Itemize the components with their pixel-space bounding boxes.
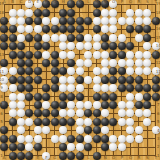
intersection-L11[interactable] <box>84 67 92 75</box>
coordinate-label-right-13: 13 <box>156 53 160 57</box>
intersection-K2[interactable] <box>76 143 84 151</box>
intersection-D11[interactable] <box>25 67 33 75</box>
intersection-G16[interactable] <box>50 25 58 33</box>
intersection-P4[interactable] <box>118 126 126 134</box>
intersection-O4[interactable] <box>109 126 117 134</box>
intersection-F13[interactable] <box>42 50 50 58</box>
intersection-G7[interactable] <box>50 101 58 109</box>
intersection-P6[interactable] <box>118 109 126 117</box>
intersection-J6[interactable] <box>67 109 75 117</box>
intersection-S4[interactable] <box>143 126 151 134</box>
intersection-L2[interactable] <box>84 143 92 151</box>
intersection-D4[interactable] <box>25 126 33 134</box>
intersection-L16[interactable] <box>84 25 92 33</box>
intersection-S5[interactable] <box>143 118 151 126</box>
intersection-J16[interactable] <box>67 25 75 33</box>
intersection-O3[interactable] <box>109 135 117 143</box>
intersection-H10[interactable] <box>59 76 67 84</box>
intersection-E6[interactable] <box>34 109 42 117</box>
intersection-L10[interactable] <box>84 76 92 84</box>
intersection-C11[interactable] <box>17 67 25 75</box>
intersection-O5[interactable] <box>109 118 117 126</box>
intersection-F18[interactable] <box>42 8 50 16</box>
intersection-O10[interactable] <box>109 76 117 84</box>
intersection-L5[interactable] <box>84 118 92 126</box>
intersection-Q10[interactable] <box>126 76 134 84</box>
intersection-J15[interactable] <box>67 34 75 42</box>
intersection-L17[interactable] <box>84 17 92 25</box>
intersection-B6[interactable] <box>8 109 16 117</box>
white-stone <box>118 143 126 151</box>
intersection-R17[interactable] <box>135 17 143 25</box>
white-stone <box>42 51 50 59</box>
intersection-G10[interactable] <box>50 76 58 84</box>
intersection-N4[interactable] <box>101 126 109 134</box>
intersection-P9[interactable] <box>118 84 126 92</box>
intersection-D17[interactable] <box>25 17 33 25</box>
intersection-H17[interactable] <box>59 17 67 25</box>
intersection-M15[interactable] <box>92 34 100 42</box>
intersection-E7[interactable] <box>34 101 42 109</box>
intersection-K4[interactable] <box>76 126 84 134</box>
intersection-B16[interactable] <box>8 25 16 33</box>
intersection-M9[interactable] <box>92 84 100 92</box>
intersection-C7[interactable] <box>17 101 25 109</box>
intersection-H9[interactable] <box>59 84 67 92</box>
intersection-F5[interactable] <box>42 118 50 126</box>
intersection-S16[interactable] <box>143 25 151 33</box>
intersection-E14[interactable] <box>34 42 42 50</box>
intersection-C15[interactable] <box>17 34 25 42</box>
intersection-G3[interactable] <box>50 135 58 143</box>
intersection-K14[interactable] <box>76 42 84 50</box>
intersection-Q6[interactable] <box>126 109 134 117</box>
intersection-E15[interactable] <box>34 34 42 42</box>
intersection-E10[interactable] <box>34 76 42 84</box>
intersection-B11[interactable] <box>8 67 16 75</box>
intersection-D6[interactable] <box>25 109 33 117</box>
intersection-G5[interactable] <box>50 118 58 126</box>
intersection-P14[interactable] <box>118 42 126 50</box>
intersection-C16[interactable] <box>17 25 25 33</box>
intersection-C13[interactable] <box>17 50 25 58</box>
intersection-B3[interactable] <box>8 135 16 143</box>
intersection-C18[interactable] <box>17 8 25 16</box>
intersection-K17[interactable] <box>76 17 84 25</box>
intersection-C12[interactable] <box>17 59 25 67</box>
intersection-J5[interactable] <box>67 118 75 126</box>
intersection-L8[interactable] <box>84 92 92 100</box>
intersection-J13[interactable] <box>67 50 75 58</box>
intersection-C8[interactable] <box>17 92 25 100</box>
intersection-K7[interactable] <box>76 101 84 109</box>
intersection-E5[interactable] <box>34 118 42 126</box>
intersection-O17[interactable] <box>109 17 117 25</box>
intersection-K6[interactable] <box>76 109 84 117</box>
intersection-Q5[interactable] <box>126 118 134 126</box>
intersection-Q11[interactable] <box>126 67 134 75</box>
intersection-Q13[interactable] <box>126 50 134 58</box>
intersection-N7[interactable] <box>101 101 109 109</box>
intersection-H3[interactable] <box>59 135 67 143</box>
intersection-G15[interactable] <box>50 34 58 42</box>
intersection-J11[interactable] <box>67 67 75 75</box>
intersection-B8[interactable] <box>8 92 16 100</box>
intersection-C9[interactable] <box>17 84 25 92</box>
intersection-G8[interactable] <box>50 92 58 100</box>
intersection-P10[interactable] <box>118 76 126 84</box>
intersection-Q4[interactable] <box>126 126 134 134</box>
intersection-R16[interactable] <box>135 25 143 33</box>
intersection-B15[interactable] <box>8 34 16 42</box>
white-stone <box>76 67 84 75</box>
intersection-R10[interactable] <box>135 76 143 84</box>
intersection-K8[interactable] <box>76 92 84 100</box>
intersection-C4[interactable] <box>17 126 25 134</box>
intersection-L14[interactable] <box>84 42 92 50</box>
intersection-O9[interactable] <box>109 84 117 92</box>
intersection-B7[interactable] <box>8 101 16 109</box>
intersection-Q8[interactable] <box>126 92 134 100</box>
intersection-M10[interactable] <box>92 76 100 84</box>
intersection-G9[interactable] <box>50 84 58 92</box>
intersection-E9[interactable] <box>34 84 42 92</box>
intersection-B17[interactable] <box>8 17 16 25</box>
intersection-G12[interactable] <box>50 59 58 67</box>
intersection-O12[interactable] <box>109 59 117 67</box>
intersection-O15[interactable] <box>109 34 117 42</box>
intersection-M4[interactable] <box>92 126 100 134</box>
intersection-R14[interactable] <box>135 42 143 50</box>
intersection-S2[interactable] <box>143 143 151 151</box>
intersection-Q7[interactable] <box>126 101 134 109</box>
intersection-N2[interactable] <box>101 143 109 151</box>
intersection-O14[interactable] <box>109 42 117 50</box>
intersection-B5[interactable] <box>8 118 16 126</box>
intersection-N13[interactable] <box>101 50 109 58</box>
intersection-F4[interactable] <box>42 126 50 134</box>
intersection-J9[interactable] <box>67 84 75 92</box>
intersection-B10[interactable] <box>8 76 16 84</box>
intersection-C14[interactable] <box>17 42 25 50</box>
intersection-P2[interactable] <box>118 143 126 151</box>
intersection-P5[interactable] <box>118 118 126 126</box>
intersection-K11[interactable] <box>76 67 84 75</box>
intersection-J17[interactable] <box>67 17 75 25</box>
intersection-M6[interactable] <box>92 109 100 117</box>
intersection-H7[interactable] <box>59 101 67 109</box>
intersection-O13[interactable] <box>109 50 117 58</box>
intersection-L7[interactable] <box>84 101 92 109</box>
intersection-E8[interactable] <box>34 92 42 100</box>
go-board: AA1919BB1818CC1717DD1616EE1515FF1414GG13… <box>0 0 160 160</box>
intersection-H18[interactable] <box>59 8 67 16</box>
intersection-M14[interactable] <box>92 42 100 50</box>
intersection-G18[interactable] <box>50 8 58 16</box>
intersection-G11[interactable] <box>50 67 58 75</box>
intersection-D7[interactable] <box>25 101 33 109</box>
intersection-Q16[interactable] <box>126 25 134 33</box>
intersection-F10[interactable] <box>42 76 50 84</box>
intersection-B4[interactable] <box>8 126 16 134</box>
intersection-C2[interactable] <box>17 143 25 151</box>
intersection-D8[interactable] <box>25 92 33 100</box>
intersection-O11[interactable] <box>109 67 117 75</box>
intersection-S10[interactable] <box>143 76 151 84</box>
intersection-N16[interactable] <box>101 25 109 33</box>
intersection-E16[interactable] <box>34 25 42 33</box>
intersection-N10[interactable] <box>101 76 109 84</box>
intersection-N11[interactable] <box>101 67 109 75</box>
intersection-P3[interactable] <box>118 135 126 143</box>
intersection-B2[interactable] <box>8 143 16 151</box>
intersection-D13[interactable] <box>25 50 33 58</box>
intersection-N14[interactable] <box>101 42 109 50</box>
intersection-F15[interactable] <box>42 34 50 42</box>
intersection-M8[interactable] <box>92 92 100 100</box>
intersection-S17[interactable] <box>143 17 151 25</box>
intersection-L4[interactable] <box>84 126 92 134</box>
intersection-D15[interactable] <box>25 34 33 42</box>
intersection-M7[interactable] <box>92 101 100 109</box>
intersection-F9[interactable] <box>42 84 50 92</box>
intersection-J10[interactable] <box>67 76 75 84</box>
intersection-P16[interactable] <box>118 25 126 33</box>
intersection-J8[interactable] <box>67 92 75 100</box>
intersection-E13[interactable] <box>34 50 42 58</box>
intersection-D3[interactable] <box>25 135 33 143</box>
intersection-M3[interactable] <box>92 135 100 143</box>
intersection-M5[interactable] <box>92 118 100 126</box>
intersection-H5[interactable] <box>59 118 67 126</box>
black-stone <box>67 25 75 33</box>
intersection-M16[interactable] <box>92 25 100 33</box>
intersection-F12[interactable] <box>42 59 50 67</box>
intersection-H4[interactable] <box>59 126 67 134</box>
intersection-H13[interactable] <box>59 50 67 58</box>
intersection-F14[interactable] <box>42 42 50 50</box>
intersection-P11[interactable] <box>118 67 126 75</box>
intersection-L18[interactable] <box>84 8 92 16</box>
intersection-P8[interactable] <box>118 92 126 100</box>
intersection-H8[interactable] <box>59 92 67 100</box>
intersection-L9[interactable] <box>84 84 92 92</box>
intersection-Q9[interactable] <box>126 84 134 92</box>
intersection-J2[interactable] <box>67 143 75 151</box>
intersection-J3[interactable] <box>67 135 75 143</box>
intersection-D18[interactable] <box>25 8 33 16</box>
intersection-G4[interactable] <box>50 126 58 134</box>
coordinate-label-bottom-S: S <box>146 156 149 160</box>
intersection-D16[interactable] <box>25 25 33 33</box>
intersection-F7[interactable] <box>42 101 50 109</box>
intersection-S7[interactable] <box>143 101 151 109</box>
intersection-S3[interactable] <box>143 135 151 143</box>
intersection-E11[interactable] <box>34 67 42 75</box>
intersection-H6[interactable] <box>59 109 67 117</box>
intersection-D12[interactable] <box>25 59 33 67</box>
intersection-F8[interactable] <box>42 92 50 100</box>
intersection-S15[interactable] <box>143 34 151 42</box>
intersection-R7[interactable] <box>135 101 143 109</box>
intersection-P17[interactable] <box>118 17 126 25</box>
intersection-B13[interactable] <box>8 50 16 58</box>
intersection-E4[interactable] <box>34 126 42 134</box>
intersection-N12[interactable] <box>101 59 109 67</box>
intersection-E2[interactable] <box>34 143 42 151</box>
intersection-P15[interactable] <box>118 34 126 42</box>
intersection-S11[interactable] <box>143 67 151 75</box>
intersection-R15[interactable] <box>135 34 143 42</box>
intersection-O8[interactable] <box>109 92 117 100</box>
intersection-G6[interactable] <box>50 109 58 117</box>
intersection-R9[interactable] <box>135 84 143 92</box>
intersection-N18[interactable] <box>101 8 109 16</box>
intersection-O18[interactable] <box>109 8 117 16</box>
intersection-K5[interactable] <box>76 118 84 126</box>
intersection-S9[interactable] <box>143 84 151 92</box>
intersection-F16[interactable] <box>42 25 50 33</box>
intersection-K13[interactable] <box>76 50 84 58</box>
intersection-C17[interactable] <box>17 17 25 25</box>
intersection-H11[interactable] <box>59 67 67 75</box>
intersection-K16[interactable] <box>76 25 84 33</box>
intersection-P13[interactable] <box>118 50 126 58</box>
intersection-F6[interactable] <box>42 109 50 117</box>
intersection-R5[interactable] <box>135 118 143 126</box>
intersection-N17[interactable] <box>101 17 109 25</box>
intersection-S8[interactable] <box>143 92 151 100</box>
intersection-O7[interactable] <box>109 101 117 109</box>
white-stone <box>25 9 33 17</box>
intersection-F3[interactable] <box>42 135 50 143</box>
intersection-L12[interactable] <box>84 59 92 67</box>
intersection-S14[interactable] <box>143 42 151 50</box>
intersection-K15[interactable] <box>76 34 84 42</box>
intersection-L3[interactable] <box>84 135 92 143</box>
intersection-S6[interactable] <box>143 109 151 117</box>
intersection-M2[interactable] <box>92 143 100 151</box>
intersection-E18[interactable] <box>34 8 42 16</box>
intersection-F2[interactable] <box>42 143 50 151</box>
intersection-Q3[interactable] <box>126 135 134 143</box>
intersection-N5[interactable] <box>101 118 109 126</box>
intersection-H14[interactable] <box>59 42 67 50</box>
intersection-N6[interactable] <box>101 109 109 117</box>
intersection-R12[interactable] <box>135 59 143 67</box>
intersection-N8[interactable] <box>101 92 109 100</box>
intersection-J12[interactable] <box>67 59 75 67</box>
intersection-Q2[interactable] <box>126 143 134 151</box>
intersection-R6[interactable] <box>135 109 143 117</box>
intersection-D5[interactable] <box>25 118 33 126</box>
intersection-E12[interactable] <box>34 59 42 67</box>
intersection-K3[interactable] <box>76 135 84 143</box>
intersection-M17[interactable] <box>92 17 100 25</box>
intersection-E3[interactable] <box>34 135 42 143</box>
intersection-M12[interactable] <box>92 59 100 67</box>
intersection-K10[interactable] <box>76 76 84 84</box>
intersection-G2[interactable] <box>50 143 58 151</box>
intersection-R8[interactable] <box>135 92 143 100</box>
intersection-F11[interactable] <box>42 67 50 75</box>
intersection-R11[interactable] <box>135 67 143 75</box>
intersection-K18[interactable] <box>76 8 84 16</box>
intersection-G13[interactable] <box>50 50 58 58</box>
intersection-J7[interactable] <box>67 101 75 109</box>
intersection-F17[interactable] <box>42 17 50 25</box>
intersection-M18[interactable] <box>92 8 100 16</box>
coordinate-label-top-O: O <box>112 0 115 4</box>
intersection-P7[interactable] <box>118 101 126 109</box>
intersection-J14[interactable] <box>67 42 75 50</box>
intersection-G17[interactable] <box>50 17 58 25</box>
intersection-C5[interactable] <box>17 118 25 126</box>
intersection-L13[interactable] <box>84 50 92 58</box>
intersection-H2[interactable] <box>59 143 67 151</box>
intersection-N15[interactable] <box>101 34 109 42</box>
intersection-Q18[interactable] <box>126 8 134 16</box>
intersection-K12[interactable] <box>76 59 84 67</box>
black-stone <box>51 101 59 109</box>
intersection-R2[interactable] <box>135 143 143 151</box>
intersection-Q17[interactable] <box>126 17 134 25</box>
intersection-M11[interactable] <box>92 67 100 75</box>
intersection-O6[interactable] <box>109 109 117 117</box>
intersection-E17[interactable] <box>34 17 42 25</box>
black-stone <box>34 101 42 109</box>
intersection-D14[interactable] <box>25 42 33 50</box>
intersection-D2[interactable] <box>25 143 33 151</box>
intersection-G14[interactable] <box>50 42 58 50</box>
intersection-R4[interactable] <box>135 126 143 134</box>
intersection-Q15[interactable] <box>126 34 134 42</box>
intersection-R3[interactable] <box>135 135 143 143</box>
intersection-L15[interactable] <box>84 34 92 42</box>
intersection-B9[interactable] <box>8 84 16 92</box>
intersection-D9[interactable] <box>25 84 33 92</box>
intersection-M13[interactable] <box>92 50 100 58</box>
intersection-C3[interactable] <box>17 135 25 143</box>
intersection-O16[interactable] <box>109 25 117 33</box>
intersection-B12[interactable] <box>8 59 16 67</box>
intersection-P18[interactable] <box>118 8 126 16</box>
intersection-D10[interactable] <box>25 76 33 84</box>
intersection-R13[interactable] <box>135 50 143 58</box>
intersection-H16[interactable] <box>59 25 67 33</box>
intersection-C10[interactable] <box>17 76 25 84</box>
intersection-Q14[interactable] <box>126 42 134 50</box>
intersection-S13[interactable] <box>143 50 151 58</box>
intersection-C6[interactable] <box>17 109 25 117</box>
intersection-K9[interactable] <box>76 84 84 92</box>
intersection-L6[interactable] <box>84 109 92 117</box>
intersection-Q12[interactable] <box>126 59 134 67</box>
intersection-B18[interactable] <box>8 8 16 16</box>
intersection-S18[interactable] <box>143 8 151 16</box>
intersection-H15[interactable] <box>59 34 67 42</box>
intersection-N3[interactable] <box>101 135 109 143</box>
intersection-H12[interactable] <box>59 59 67 67</box>
intersection-J4[interactable] <box>67 126 75 134</box>
intersection-P12[interactable] <box>118 59 126 67</box>
intersection-S12[interactable] <box>143 59 151 67</box>
intersection-R18[interactable] <box>135 8 143 16</box>
intersection-J18[interactable] <box>67 8 75 16</box>
intersection-B14[interactable] <box>8 42 16 50</box>
intersection-N9[interactable] <box>101 84 109 92</box>
intersection-O2[interactable] <box>109 143 117 151</box>
